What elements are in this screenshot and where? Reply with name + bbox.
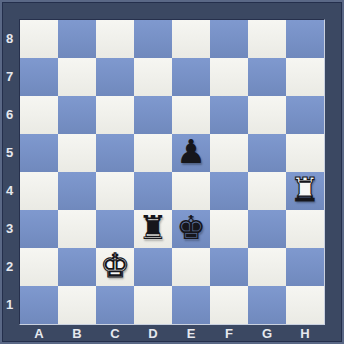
square-b8[interactable] [58, 20, 96, 58]
square-e1[interactable] [172, 286, 210, 324]
square-g8[interactable] [248, 20, 286, 58]
square-g7[interactable] [248, 58, 286, 96]
square-g2[interactable] [248, 248, 286, 286]
file-label-e: E [172, 324, 210, 344]
square-h6[interactable] [286, 96, 324, 134]
file-label-h: H [286, 324, 324, 344]
square-d7[interactable] [134, 58, 172, 96]
square-e3[interactable]: ♚ [172, 210, 210, 248]
square-b4[interactable] [58, 172, 96, 210]
white-king[interactable]: ♚ [100, 247, 130, 285]
rank-label-7: 7 [0, 58, 19, 96]
black-king[interactable]: ♚ [176, 209, 206, 247]
square-a4[interactable] [20, 172, 58, 210]
square-a2[interactable] [20, 248, 58, 286]
square-g6[interactable] [248, 96, 286, 134]
square-f1[interactable] [210, 286, 248, 324]
square-e7[interactable] [172, 58, 210, 96]
square-a7[interactable] [20, 58, 58, 96]
square-f4[interactable] [210, 172, 248, 210]
square-d4[interactable] [134, 172, 172, 210]
black-pawn[interactable]: ♟ [176, 133, 206, 171]
square-f7[interactable] [210, 58, 248, 96]
rank-label-4: 4 [0, 172, 19, 210]
square-a1[interactable] [20, 286, 58, 324]
square-g1[interactable] [248, 286, 286, 324]
square-b5[interactable] [58, 134, 96, 172]
square-e4[interactable] [172, 172, 210, 210]
square-b7[interactable] [58, 58, 96, 96]
square-a8[interactable] [20, 20, 58, 58]
square-f6[interactable] [210, 96, 248, 134]
square-c1[interactable] [96, 286, 134, 324]
square-f8[interactable] [210, 20, 248, 58]
square-f3[interactable] [210, 210, 248, 248]
square-e5[interactable]: ♟ [172, 134, 210, 172]
square-h5[interactable] [286, 134, 324, 172]
rank-label-5: 5 [0, 134, 19, 172]
rank-label-3: 3 [0, 210, 19, 248]
square-d8[interactable] [134, 20, 172, 58]
square-d1[interactable] [134, 286, 172, 324]
square-d3[interactable]: ♜ [134, 210, 172, 248]
square-g5[interactable] [248, 134, 286, 172]
square-f2[interactable] [210, 248, 248, 286]
file-label-f: F [210, 324, 248, 344]
white-rook[interactable]: ♜ [290, 171, 320, 209]
square-h4[interactable]: ♜ [286, 172, 324, 210]
file-label-b: B [58, 324, 96, 344]
file-label-c: C [96, 324, 134, 344]
square-h8[interactable] [286, 20, 324, 58]
file-label-g: G [248, 324, 286, 344]
square-c8[interactable] [96, 20, 134, 58]
square-c6[interactable] [96, 96, 134, 134]
square-c7[interactable] [96, 58, 134, 96]
square-h1[interactable] [286, 286, 324, 324]
square-f5[interactable] [210, 134, 248, 172]
square-c4[interactable] [96, 172, 134, 210]
square-g4[interactable] [248, 172, 286, 210]
rank-label-2: 2 [0, 248, 19, 286]
square-d2[interactable] [134, 248, 172, 286]
square-h7[interactable] [286, 58, 324, 96]
square-e2[interactable] [172, 248, 210, 286]
square-e8[interactable] [172, 20, 210, 58]
rank-label-1: 1 [0, 286, 19, 324]
chessboard-frame: ♟♜♜♚♚ ABCDEFGH 87654321 [0, 0, 344, 344]
square-b1[interactable] [58, 286, 96, 324]
square-b6[interactable] [58, 96, 96, 134]
square-d5[interactable] [134, 134, 172, 172]
file-label-a: A [20, 324, 58, 344]
square-h3[interactable] [286, 210, 324, 248]
file-labels: ABCDEFGH [20, 324, 324, 344]
chessboard: ♟♜♜♚♚ [19, 19, 325, 325]
square-b2[interactable] [58, 248, 96, 286]
black-rook[interactable]: ♜ [138, 209, 168, 247]
square-c2[interactable]: ♚ [96, 248, 134, 286]
square-c5[interactable] [96, 134, 134, 172]
rank-label-6: 6 [0, 96, 19, 134]
square-b3[interactable] [58, 210, 96, 248]
square-c3[interactable] [96, 210, 134, 248]
square-g3[interactable] [248, 210, 286, 248]
rank-labels: 87654321 [0, 20, 19, 324]
file-label-d: D [134, 324, 172, 344]
square-a6[interactable] [20, 96, 58, 134]
square-a5[interactable] [20, 134, 58, 172]
square-a3[interactable] [20, 210, 58, 248]
square-e6[interactable] [172, 96, 210, 134]
square-d6[interactable] [134, 96, 172, 134]
square-h2[interactable] [286, 248, 324, 286]
rank-label-8: 8 [0, 20, 19, 58]
